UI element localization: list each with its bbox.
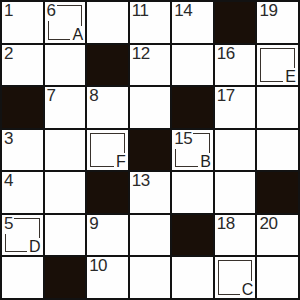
- cell-r6c6[interactable]: 18: [215, 215, 256, 256]
- cell-r2c3-black: [87, 45, 128, 86]
- cell-r2c5[interactable]: [172, 45, 213, 86]
- cell-r4c4-black: [130, 130, 171, 171]
- key-letter-B: B: [198, 153, 212, 170]
- clue-number-15: 15: [174, 130, 193, 149]
- cell-r3c5-black: [172, 87, 213, 128]
- cell-r6c2[interactable]: [45, 215, 86, 256]
- cell-r1c2[interactable]: A6: [45, 2, 86, 43]
- cell-r5c7-black: [257, 172, 298, 213]
- cell-r1c1[interactable]: 1: [2, 2, 43, 43]
- clue-number-10: 10: [89, 257, 108, 276]
- cell-r3c1-black: [2, 87, 43, 128]
- clue-number-5: 5: [4, 215, 14, 234]
- key-letter-F: F: [114, 153, 127, 170]
- cell-r1c4[interactable]: 11: [130, 2, 171, 43]
- cell-r5c6[interactable]: [215, 172, 256, 213]
- clue-number-2: 2: [4, 45, 14, 64]
- cell-r5c3-black: [87, 172, 128, 213]
- cell-r6c4[interactable]: [130, 215, 171, 256]
- clue-number-18: 18: [217, 215, 236, 234]
- key-letter-E: E: [283, 68, 297, 85]
- crossword-board: 1A611141921216E78173FB15413D59182010C: [0, 0, 300, 300]
- clue-number-11: 11: [132, 2, 150, 21]
- cell-r2c4[interactable]: 12: [130, 45, 171, 86]
- clue-number-1: 1: [4, 2, 14, 21]
- cell-r1c5[interactable]: 14: [172, 2, 213, 43]
- cell-r3c4[interactable]: [130, 87, 171, 128]
- cell-r3c6[interactable]: 17: [215, 87, 256, 128]
- clue-number-19: 19: [259, 2, 278, 21]
- clue-number-4: 4: [4, 172, 14, 191]
- cell-r4c1[interactable]: 3: [2, 130, 43, 171]
- cell-r6c1[interactable]: D5: [2, 215, 43, 256]
- cell-r1c7[interactable]: 19: [257, 2, 298, 43]
- cell-r7c4[interactable]: [130, 257, 171, 298]
- cell-r4c5[interactable]: B15: [172, 130, 213, 171]
- cell-r5c1[interactable]: 4: [2, 172, 43, 213]
- key-letter-A: A: [70, 26, 84, 43]
- clue-number-12: 12: [132, 45, 151, 64]
- cell-r6c7[interactable]: 20: [257, 215, 298, 256]
- cell-r7c6[interactable]: C: [215, 257, 256, 298]
- cell-r7c2-black: [45, 257, 86, 298]
- cell-r1c3[interactable]: [87, 2, 128, 43]
- cell-r2c1[interactable]: 2: [2, 45, 43, 86]
- cell-r5c5[interactable]: [172, 172, 213, 213]
- cell-r6c5-black: [172, 215, 213, 256]
- cell-r3c7[interactable]: [257, 87, 298, 128]
- cell-r5c2[interactable]: [45, 172, 86, 213]
- cell-r2c7[interactable]: E: [257, 45, 298, 86]
- cell-r1c6-black: [215, 2, 256, 43]
- cell-r3c3[interactable]: 8: [87, 87, 128, 128]
- clue-number-3: 3: [4, 130, 14, 149]
- cell-r4c6[interactable]: [215, 130, 256, 171]
- key-letter-C: C: [240, 281, 255, 298]
- cell-r4c7[interactable]: [257, 130, 298, 171]
- cell-r2c6[interactable]: 16: [215, 45, 256, 86]
- clue-number-20: 20: [259, 215, 278, 234]
- cell-r6c3[interactable]: 9: [87, 215, 128, 256]
- cell-r7c3[interactable]: 10: [87, 257, 128, 298]
- cell-r4c2[interactable]: [45, 130, 86, 171]
- cell-r7c5[interactable]: [172, 257, 213, 298]
- clue-number-9: 9: [89, 215, 99, 234]
- clue-number-6: 6: [47, 2, 57, 21]
- cell-r5c4[interactable]: 13: [130, 172, 171, 213]
- clue-number-14: 14: [174, 2, 193, 21]
- clue-number-16: 16: [217, 45, 236, 64]
- key-letter-D: D: [27, 238, 42, 255]
- cell-r7c1[interactable]: [2, 257, 43, 298]
- cell-r7c7[interactable]: [257, 257, 298, 298]
- clue-number-7: 7: [47, 87, 57, 106]
- cell-r3c2[interactable]: 7: [45, 87, 86, 128]
- clue-number-13: 13: [132, 172, 151, 191]
- cell-r4c3[interactable]: F: [87, 130, 128, 171]
- cell-r2c2[interactable]: [45, 45, 86, 86]
- clue-number-8: 8: [89, 87, 99, 106]
- clue-number-17: 17: [217, 87, 236, 106]
